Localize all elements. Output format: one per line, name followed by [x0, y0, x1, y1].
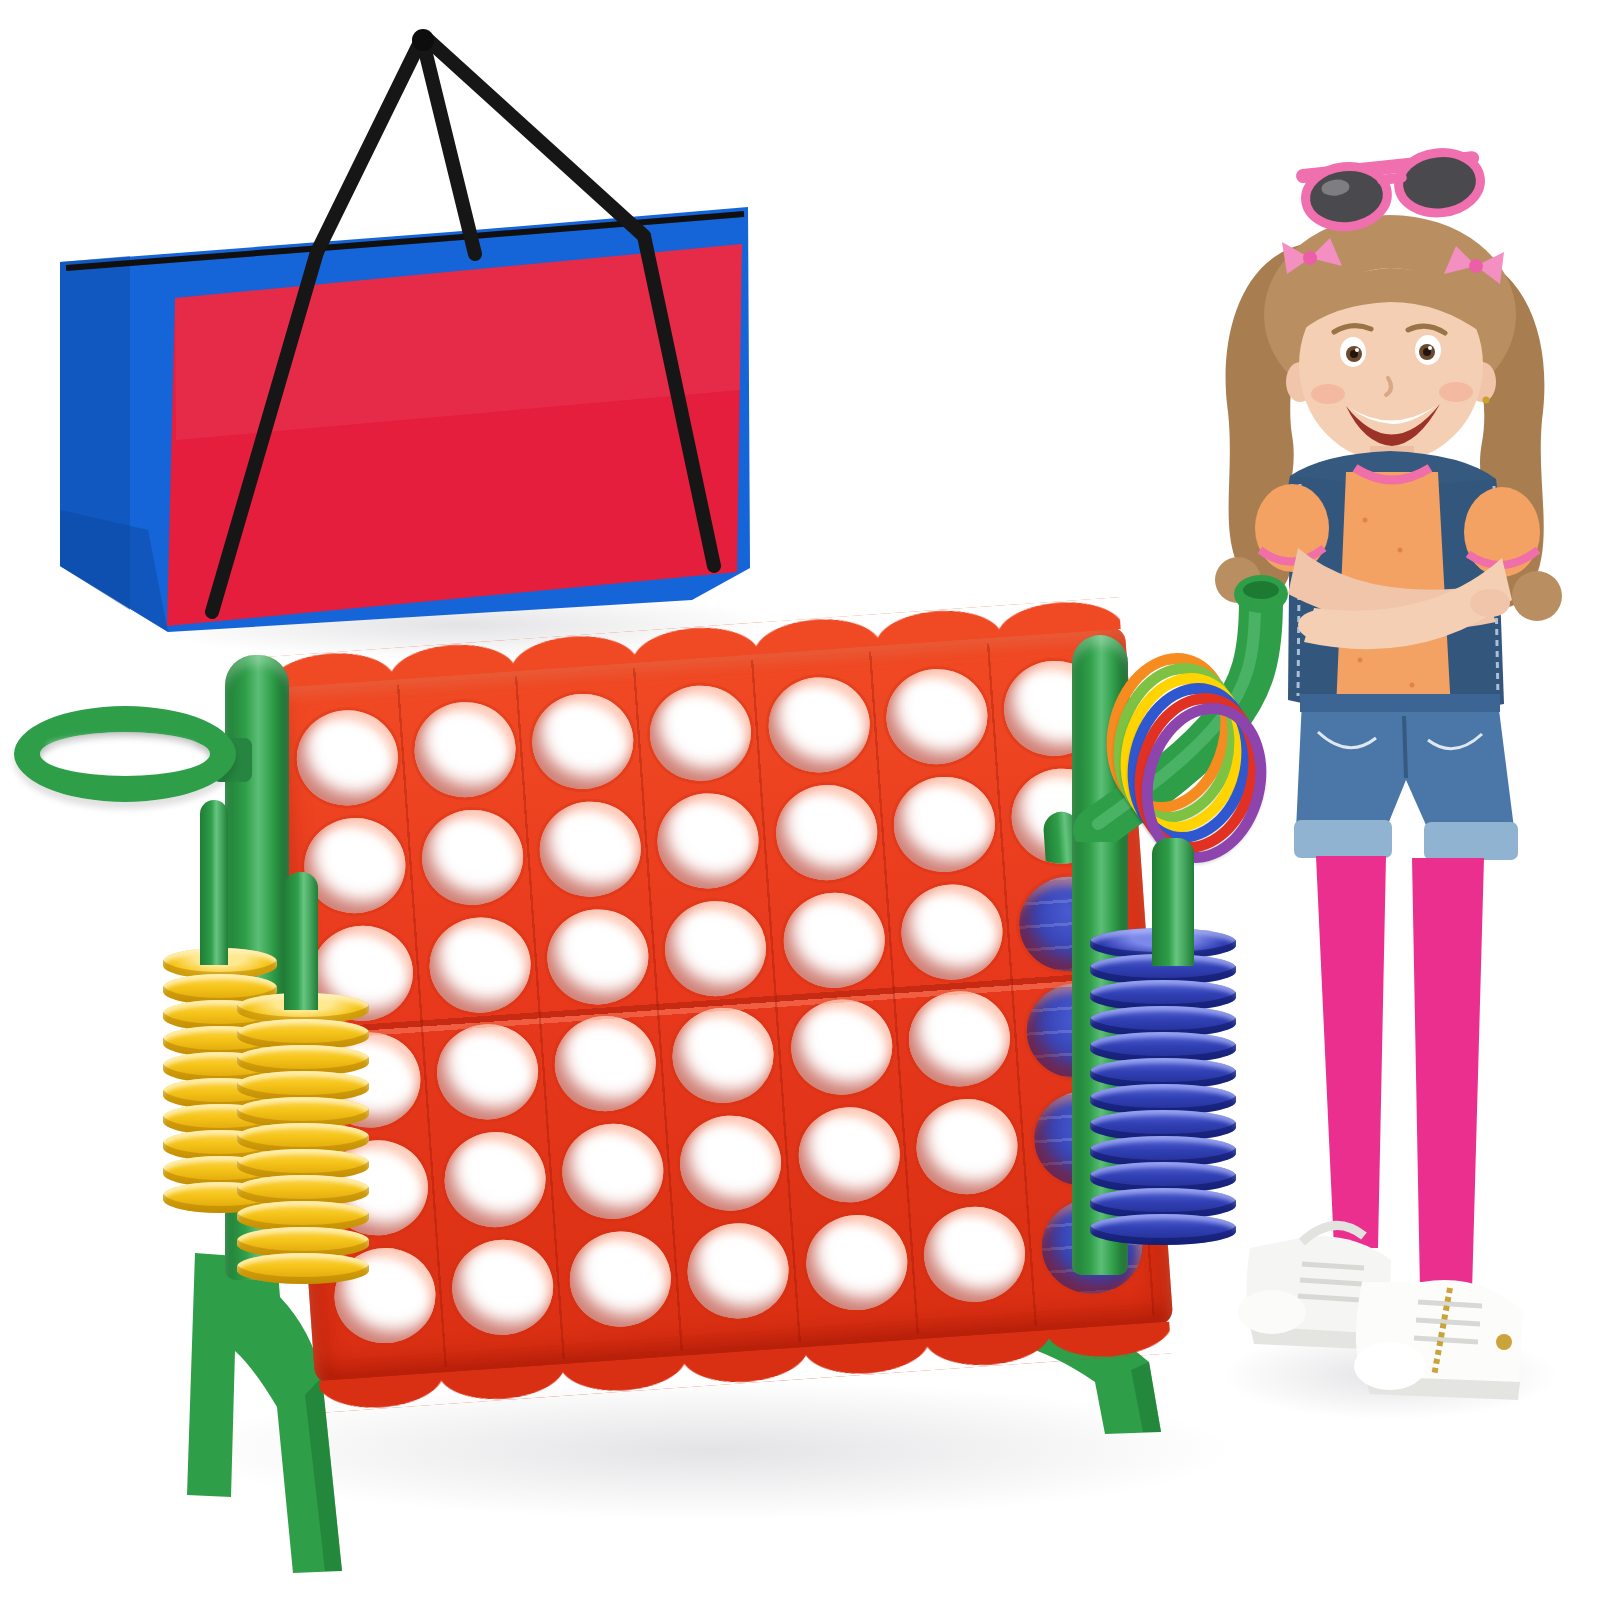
- board-hole: [552, 1013, 659, 1115]
- board-hole: [537, 798, 644, 900]
- board-cell-r1c6: [874, 659, 1000, 775]
- board-cell-r1c1: [284, 700, 410, 816]
- connect-four-board: [267, 626, 1174, 1384]
- board-cell-r4c5: [779, 990, 905, 1106]
- board-hole: [803, 1211, 910, 1313]
- board-hole: [426, 914, 533, 1016]
- board-cell-r2c6: [882, 767, 1008, 883]
- board-cell-r6c5: [794, 1204, 920, 1320]
- board-cell-r3c3: [535, 899, 661, 1015]
- board-hole: [567, 1228, 674, 1330]
- board-cell-r6c6: [912, 1196, 1038, 1312]
- board-cell-r1c2: [402, 692, 528, 808]
- board-cell-r2c4: [646, 783, 772, 899]
- board-cell-r5c3: [550, 1114, 676, 1230]
- board-cell-r6c2: [440, 1229, 566, 1345]
- left-front-peg: [284, 872, 318, 1010]
- left-rear-peg: [200, 800, 228, 965]
- board-hole: [559, 1120, 666, 1222]
- board-hole: [441, 1129, 548, 1231]
- board-cell-r6c3: [558, 1221, 684, 1337]
- board-hole: [780, 889, 887, 991]
- board-hole: [906, 988, 1013, 1090]
- board-cell-r5c2: [432, 1122, 558, 1238]
- board-cell-r5c5: [786, 1097, 912, 1213]
- board-cell-r4c6: [897, 981, 1023, 1097]
- board-hole: [891, 773, 998, 875]
- board-hole: [544, 906, 651, 1008]
- board-hole: [411, 699, 518, 801]
- board-cell-r4c3: [543, 1006, 669, 1122]
- basketball-hoop: [14, 706, 236, 802]
- board-cell-r1c4: [638, 676, 764, 792]
- board-cell-r2c5: [764, 775, 890, 891]
- carry-bag: [30, 10, 820, 650]
- right-front-peg: [1152, 838, 1194, 966]
- board-hole: [670, 1005, 777, 1107]
- board-cell-r4c4: [661, 998, 787, 1114]
- child-sneakers: [1238, 1225, 1523, 1400]
- ring-toss-rings: [1108, 652, 1328, 902]
- board-hole: [773, 782, 880, 884]
- board-cell-r2c3: [528, 791, 654, 907]
- board-hole: [419, 806, 526, 908]
- board-hole: [655, 790, 762, 892]
- bag-strap-knot: [412, 29, 434, 51]
- board-hole: [685, 1220, 792, 1322]
- board-cell-r3c5: [771, 882, 897, 998]
- board-hole: [449, 1236, 556, 1338]
- board-hole: [898, 881, 1005, 983]
- product-photo-scene: [0, 0, 1600, 1600]
- board-hole: [921, 1203, 1028, 1305]
- yellow-disc: [237, 1253, 369, 1284]
- board-cell-r3c6: [889, 874, 1015, 990]
- blue-disc: [1090, 1214, 1236, 1245]
- board-cell-r3c4: [653, 890, 779, 1006]
- board-cell-r6c4: [676, 1213, 802, 1329]
- board-hole: [647, 683, 754, 785]
- blue-disc-stack-front: [1090, 928, 1236, 1245]
- board-cell-r5c6: [904, 1089, 1030, 1205]
- board-cell-r3c2: [417, 907, 543, 1023]
- board-cell-r5c4: [668, 1105, 794, 1221]
- board-cell-r2c2: [410, 800, 536, 916]
- board-hole: [795, 1104, 902, 1206]
- yellow-disc-stack-front: [237, 993, 369, 1284]
- board-hole: [788, 997, 895, 1099]
- board-cell-r1c3: [520, 684, 646, 800]
- board-hole: [677, 1112, 784, 1214]
- board-hole: [913, 1096, 1020, 1198]
- board-hole-grid: [284, 651, 1155, 1353]
- board-hole: [765, 674, 872, 776]
- board-hole: [662, 897, 769, 999]
- board-hole: [293, 707, 400, 809]
- board-cell-r1c5: [756, 667, 882, 783]
- board-hole: [883, 666, 990, 768]
- board-hole: [529, 691, 636, 793]
- board-hole: [434, 1021, 541, 1123]
- board-cell-r4c2: [425, 1014, 551, 1130]
